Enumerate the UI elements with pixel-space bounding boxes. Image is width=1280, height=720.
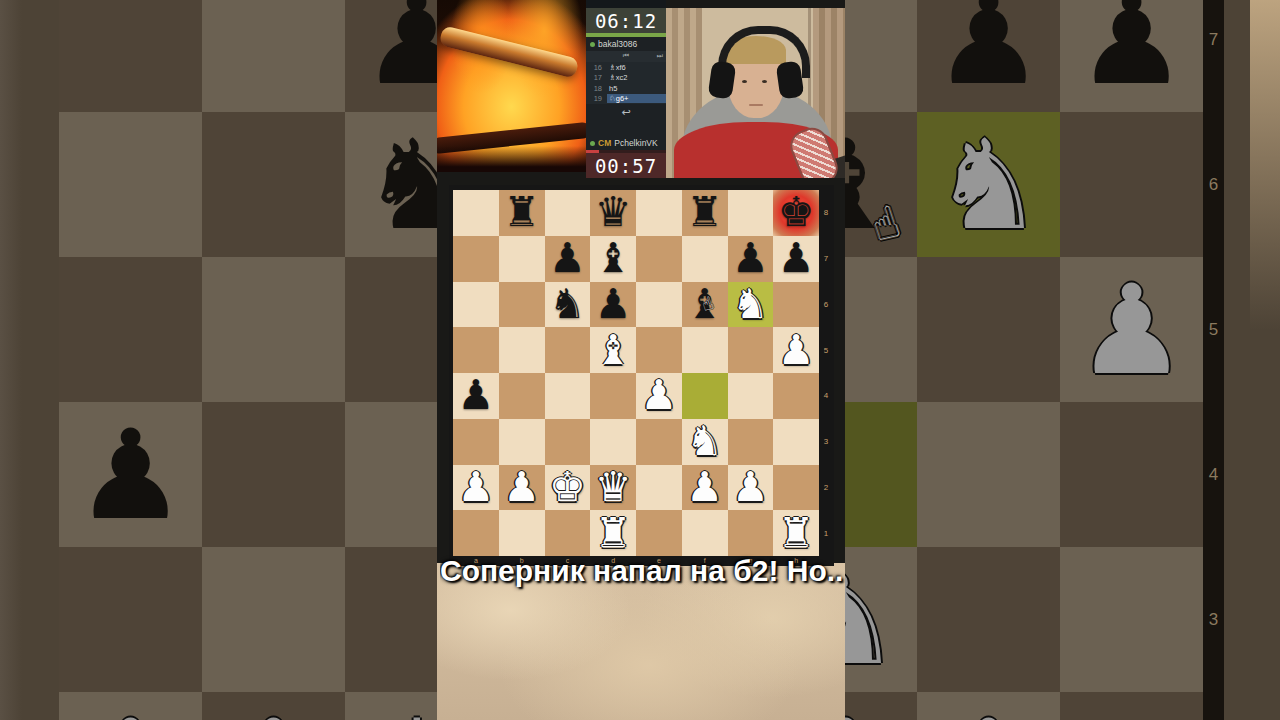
square-a2: ♟ xyxy=(59,692,202,720)
square-c8[interactable] xyxy=(545,190,591,236)
square-h3 xyxy=(1060,547,1203,692)
square-a4: ♟ xyxy=(59,402,202,547)
square-e4[interactable]: ♟ xyxy=(636,373,682,419)
square-g8[interactable] xyxy=(728,190,774,236)
square-b5 xyxy=(202,257,345,402)
piece-white-knight: ♞ xyxy=(686,421,723,462)
move-row[interactable]: 17♗xc2 xyxy=(586,73,666,84)
fireplace-embers xyxy=(437,146,586,172)
square-f4[interactable] xyxy=(682,373,728,419)
square-d5[interactable]: ♝ xyxy=(590,327,636,373)
move-san: h5 xyxy=(607,84,666,93)
piece-black-rook: ♜ xyxy=(686,192,723,233)
square-d2[interactable]: ♛ xyxy=(590,465,636,511)
square-f5[interactable] xyxy=(682,327,728,373)
player-title: CM xyxy=(598,138,611,148)
square-g2: ♟ xyxy=(917,692,1060,720)
square-c7[interactable]: ♟ xyxy=(545,236,591,282)
square-h8[interactable]: ♚ xyxy=(773,190,819,236)
square-d3[interactable] xyxy=(590,419,636,465)
square-b6[interactable] xyxy=(499,282,545,328)
panel-spacer xyxy=(586,120,666,136)
square-e8[interactable] xyxy=(636,190,682,236)
square-e1[interactable] xyxy=(636,510,682,556)
piece-white-king: ♚ xyxy=(549,467,586,508)
square-e6[interactable] xyxy=(636,282,682,328)
go-last-icon[interactable]: ⏭ xyxy=(657,52,663,60)
square-h5[interactable]: ♟ xyxy=(773,327,819,373)
square-h1[interactable]: ♜ xyxy=(773,510,819,556)
rank-label: 8 xyxy=(820,190,832,236)
square-a7 xyxy=(59,0,202,112)
piece-black-pawn: ♟ xyxy=(549,238,586,279)
move-san: ♘g6+ xyxy=(607,94,666,103)
right-edge-glow xyxy=(1250,0,1280,330)
square-a2[interactable]: ♟ xyxy=(453,465,499,511)
square-c6[interactable]: ♞ xyxy=(545,282,591,328)
fireplace-video xyxy=(437,0,586,172)
rank-labels: 87654321 xyxy=(820,190,832,556)
square-g7: ♟ xyxy=(917,0,1060,112)
square-e5[interactable] xyxy=(636,327,682,373)
piece-white-knight: ♞ xyxy=(732,284,769,325)
square-c2[interactable]: ♚ xyxy=(545,465,591,511)
caption-text: Соперник напал на б2! Но.. xyxy=(440,551,845,595)
square-a1[interactable] xyxy=(453,510,499,556)
chess-board: ♜♛♜♚♟♝♟♟♞♟♝♞♝♟♟♟♞♟♟♚♛♟♟♜♜ xyxy=(453,190,819,556)
square-d8[interactable]: ♛ xyxy=(590,190,636,236)
square-h4[interactable] xyxy=(773,373,819,419)
undo-row: ↩ xyxy=(586,104,666,120)
move-number: 16 xyxy=(586,63,607,72)
square-d7[interactable]: ♝ xyxy=(590,236,636,282)
piece-white-bishop: ♝ xyxy=(595,330,632,371)
square-b4 xyxy=(202,402,345,547)
square-h7: ♟ xyxy=(1060,0,1203,112)
square-g2[interactable]: ♟ xyxy=(728,465,774,511)
player-clock: 00:57 xyxy=(586,153,666,178)
square-g5[interactable] xyxy=(728,327,774,373)
square-a3[interactable] xyxy=(453,419,499,465)
piece-white-pawn: ♟ xyxy=(933,703,1044,720)
square-b4[interactable] xyxy=(499,373,545,419)
rank-label: 6 xyxy=(1203,112,1224,257)
piece-white-pawn: ♟ xyxy=(686,467,723,508)
move-row[interactable]: 16♗xf6 xyxy=(586,62,666,73)
board-frame: ♜♛♜♚♟♝♟♟♞♟♝♞♝♟♟♟♞♟♟♚♛♟♟♜♜ 87654321 abcde… xyxy=(449,185,834,566)
square-c4[interactable] xyxy=(545,373,591,419)
stage: ♜♛♜♚♟♝♟♟♞♟♝♞♝♟♟♟♞♟♟♚♛♟♟♜♜ 87654321 ☝ 06:… xyxy=(0,0,1280,720)
piece-black-bishop: ♝ xyxy=(595,238,632,279)
square-h6[interactable] xyxy=(773,282,819,328)
piece-black-pawn: ♟ xyxy=(595,284,632,325)
rank-label: 7 xyxy=(1203,0,1224,112)
square-h3[interactable] xyxy=(773,419,819,465)
opponent-clock: 06:12 xyxy=(586,8,666,33)
square-a8[interactable] xyxy=(453,190,499,236)
rank-label: 3 xyxy=(820,419,832,465)
square-h2 xyxy=(1060,692,1203,720)
square-g6: ♞ xyxy=(917,112,1060,257)
fireplace-log xyxy=(439,25,580,78)
time-remaining-bar xyxy=(586,150,666,153)
square-b1[interactable] xyxy=(499,510,545,556)
square-b8[interactable]: ♜ xyxy=(499,190,545,236)
move-nav: ⏮ ⏭ xyxy=(586,51,666,62)
player-row: CM PchelkinVK xyxy=(586,136,666,150)
move-san: ♗xc2 xyxy=(607,73,666,82)
takeback-icon[interactable]: ↩ xyxy=(621,106,630,119)
piece-black-pawn: ♟ xyxy=(732,238,769,279)
square-a6[interactable] xyxy=(453,282,499,328)
clock-panel: 06:12 bakal3086 ⏮ ⏭ 16♗xf617♗xc218h519♘g… xyxy=(586,0,666,178)
square-h5: ♟ xyxy=(1060,257,1203,402)
square-b2[interactable]: ♟ xyxy=(499,465,545,511)
square-b2: ♟ xyxy=(202,692,345,720)
piece-white-pawn: ♟ xyxy=(218,703,329,720)
piece-black-king: ♚ xyxy=(778,192,815,233)
piece-white-pawn: ♟ xyxy=(1076,268,1187,392)
move-list: 16♗xf617♗xc218h519♘g6+ xyxy=(586,62,666,104)
square-g4 xyxy=(917,402,1060,547)
piece-white-knight: ♞ xyxy=(933,123,1044,247)
go-first-icon[interactable]: ⏮ xyxy=(623,52,629,60)
square-h7[interactable]: ♟ xyxy=(773,236,819,282)
rank-label: 4 xyxy=(1203,402,1224,547)
rank-label: 7 xyxy=(820,236,832,282)
background-rank-labels: 87654321 xyxy=(1203,0,1224,720)
piece-white-pawn: ♟ xyxy=(503,467,540,508)
square-g1[interactable] xyxy=(728,510,774,556)
square-e3[interactable] xyxy=(636,419,682,465)
square-f3[interactable]: ♞ xyxy=(682,419,728,465)
square-g3[interactable] xyxy=(728,419,774,465)
square-g7[interactable]: ♟ xyxy=(728,236,774,282)
piece-white-pawn: ♟ xyxy=(778,330,815,371)
piece-black-knight: ♞ xyxy=(549,284,586,325)
move-row[interactable]: 18h5 xyxy=(586,83,666,94)
square-e7[interactable] xyxy=(636,236,682,282)
square-f2[interactable]: ♟ xyxy=(682,465,728,511)
rank-label: 2 xyxy=(820,465,832,511)
headphone-cup-right xyxy=(776,61,805,100)
piece-white-pawn: ♟ xyxy=(457,467,494,508)
square-f1[interactable] xyxy=(682,510,728,556)
piece-white-queen: ♛ xyxy=(595,467,632,508)
piece-white-rook: ♜ xyxy=(595,513,632,554)
piece-white-pawn: ♟ xyxy=(75,703,186,720)
rank-label: 5 xyxy=(820,327,832,373)
square-a7[interactable] xyxy=(453,236,499,282)
rank-label: 4 xyxy=(820,373,832,419)
online-dot-icon xyxy=(590,141,595,146)
square-b6 xyxy=(202,112,345,257)
rank-label: 3 xyxy=(1203,547,1224,692)
square-e2[interactable] xyxy=(636,465,682,511)
square-c1[interactable] xyxy=(545,510,591,556)
rank-label: 6 xyxy=(820,282,832,328)
move-number: 17 xyxy=(586,73,607,82)
streamer-mouth xyxy=(749,104,763,106)
piece-black-pawn: ♟ xyxy=(1076,0,1187,102)
move-number: 19 xyxy=(586,94,607,103)
square-h2[interactable] xyxy=(773,465,819,511)
piece-white-rook: ♜ xyxy=(778,513,815,554)
piece-black-pawn: ♟ xyxy=(778,238,815,279)
rank-label: 2 xyxy=(1203,692,1224,720)
square-h6 xyxy=(1060,112,1203,257)
move-san: ♗xf6 xyxy=(607,63,666,72)
online-dot-icon xyxy=(590,42,595,47)
square-g3 xyxy=(917,547,1060,692)
square-a4[interactable]: ♟ xyxy=(453,373,499,419)
opponent-name: bakal3086 xyxy=(598,39,637,49)
square-d4[interactable] xyxy=(590,373,636,419)
square-f7[interactable] xyxy=(682,236,728,282)
square-b7[interactable] xyxy=(499,236,545,282)
square-b7 xyxy=(202,0,345,112)
square-d6[interactable]: ♟ xyxy=(590,282,636,328)
streamer-eye xyxy=(762,80,767,83)
streamer-eye xyxy=(742,80,747,83)
square-a6 xyxy=(59,112,202,257)
piece-black-queen: ♛ xyxy=(595,192,632,233)
square-g4[interactable] xyxy=(728,373,774,419)
rank-label: 5 xyxy=(1203,257,1224,402)
square-h4 xyxy=(1060,402,1203,547)
webcam xyxy=(666,8,845,178)
square-a3 xyxy=(59,547,202,692)
piece-black-pawn: ♟ xyxy=(457,375,494,416)
piece-white-pawn: ♟ xyxy=(732,467,769,508)
square-c3[interactable] xyxy=(545,419,591,465)
piece-white-pawn: ♟ xyxy=(640,375,677,416)
move-number: 18 xyxy=(586,84,607,93)
square-f8[interactable]: ♜ xyxy=(682,190,728,236)
opponent-row: bakal3086 xyxy=(586,37,666,51)
move-row[interactable]: 19♘g6+ xyxy=(586,94,666,105)
piece-black-rook: ♜ xyxy=(503,192,540,233)
square-g6[interactable]: ♞ xyxy=(728,282,774,328)
square-a5 xyxy=(59,257,202,402)
square-b3 xyxy=(202,547,345,692)
square-b5[interactable] xyxy=(499,327,545,373)
square-c5[interactable] xyxy=(545,327,591,373)
rank-label: 1 xyxy=(820,510,832,556)
panel-top-gap xyxy=(586,0,666,8)
square-g5 xyxy=(917,257,1060,402)
square-b3[interactable] xyxy=(499,419,545,465)
square-d1[interactable]: ♜ xyxy=(590,510,636,556)
piece-black-pawn: ♟ xyxy=(933,0,1044,102)
square-a5[interactable] xyxy=(453,327,499,373)
player-name: PchelkinVK xyxy=(614,138,657,148)
piece-black-pawn: ♟ xyxy=(75,413,186,537)
